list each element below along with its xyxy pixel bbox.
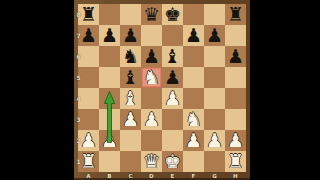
square-f3[interactable]: ♞ (183, 109, 204, 130)
square-b6[interactable] (99, 46, 120, 67)
square-h7[interactable] (225, 25, 246, 46)
square-c5[interactable]: ♝ (120, 67, 141, 88)
square-g1[interactable] (204, 151, 225, 172)
piece-black-pawn[interactable]: ♟ (101, 25, 118, 46)
piece-white-pawn[interactable]: ♟ (143, 109, 160, 130)
piece-black-pawn[interactable]: ♟ (164, 67, 181, 88)
square-e6[interactable]: ♝ (162, 46, 183, 67)
square-c7[interactable]: ♟ (120, 25, 141, 46)
square-e4[interactable]: ♟ (162, 88, 183, 109)
piece-black-pawn[interactable]: ♟ (227, 46, 244, 67)
square-g6[interactable] (204, 46, 225, 67)
square-e1[interactable]: ♚ (162, 151, 183, 172)
app-screen: ♜♛♚♜♟♟♟♟♟♞♟♝♟♝♞♟♝♟♟♟♞♟♟♟♟♟♜♛♚♜ 87654321 … (0, 0, 320, 180)
square-f2[interactable]: ♟ (183, 130, 204, 151)
file-label-h: H (225, 173, 246, 179)
file-label-d: D (141, 173, 162, 179)
chess-board-frame: ♜♛♚♜♟♟♟♟♟♞♟♝♟♝♞♟♝♟♟♟♞♟♟♟♟♟♜♛♚♜ 87654321 … (74, 0, 250, 180)
square-g2[interactable]: ♟ (204, 130, 225, 151)
square-h4[interactable] (225, 88, 246, 109)
square-d3[interactable]: ♟ (141, 109, 162, 130)
square-e8[interactable]: ♚ (162, 4, 183, 25)
square-g5[interactable] (204, 67, 225, 88)
piece-black-pawn[interactable]: ♟ (206, 25, 223, 46)
square-f4[interactable] (183, 88, 204, 109)
square-d6[interactable]: ♟ (141, 46, 162, 67)
square-e7[interactable] (162, 25, 183, 46)
piece-white-pawn[interactable]: ♟ (164, 88, 181, 109)
square-b8[interactable] (99, 4, 120, 25)
square-h1[interactable]: ♜ (225, 151, 246, 172)
square-c8[interactable] (120, 4, 141, 25)
square-b3[interactable] (99, 109, 120, 130)
rank-label-5: 5 (75, 74, 82, 81)
piece-white-pawn[interactable]: ♟ (227, 130, 244, 151)
square-b2[interactable]: ♟ (99, 130, 120, 151)
square-g3[interactable] (204, 109, 225, 130)
square-d5[interactable]: ♞ (141, 67, 162, 88)
piece-white-pawn[interactable]: ♟ (185, 130, 202, 151)
square-g7[interactable]: ♟ (204, 25, 225, 46)
square-f5[interactable] (183, 67, 204, 88)
piece-white-bishop[interactable]: ♝ (122, 88, 139, 109)
file-label-b: B (99, 173, 120, 179)
piece-white-queen[interactable]: ♛ (143, 151, 160, 172)
square-c1[interactable] (120, 151, 141, 172)
piece-black-bishop[interactable]: ♝ (122, 67, 139, 88)
square-d8[interactable]: ♛ (141, 4, 162, 25)
piece-black-knight[interactable]: ♞ (122, 46, 139, 67)
board-grid: ♜♛♚♜♟♟♟♟♟♞♟♝♟♝♞♟♝♟♟♟♞♟♟♟♟♟♜♛♚♜ (78, 4, 246, 172)
rank-label-8: 8 (75, 11, 82, 18)
square-g8[interactable] (204, 4, 225, 25)
piece-white-knight[interactable]: ♞ (143, 67, 160, 88)
square-g4[interactable] (204, 88, 225, 109)
piece-white-rook[interactable]: ♜ (80, 151, 97, 172)
file-label-e: E (162, 173, 183, 179)
file-label-a: A (78, 173, 99, 179)
square-d1[interactable]: ♛ (141, 151, 162, 172)
piece-white-pawn[interactable]: ♟ (206, 130, 223, 151)
piece-black-rook[interactable]: ♜ (227, 4, 244, 25)
square-e2[interactable] (162, 130, 183, 151)
square-b7[interactable]: ♟ (99, 25, 120, 46)
piece-black-pawn[interactable]: ♟ (185, 25, 202, 46)
square-c4[interactable]: ♝ (120, 88, 141, 109)
piece-white-rook[interactable]: ♜ (227, 151, 244, 172)
piece-white-king[interactable]: ♚ (164, 151, 181, 172)
rank-label-6: 6 (75, 53, 82, 60)
square-c6[interactable]: ♞ (120, 46, 141, 67)
square-h6[interactable]: ♟ (225, 46, 246, 67)
square-f1[interactable] (183, 151, 204, 172)
piece-black-pawn[interactable]: ♟ (80, 25, 97, 46)
piece-black-king[interactable]: ♚ (164, 4, 181, 25)
square-d2[interactable] (141, 130, 162, 151)
square-d4[interactable] (141, 88, 162, 109)
rank-label-1: 1 (75, 158, 82, 165)
square-b1[interactable] (99, 151, 120, 172)
square-e3[interactable] (162, 109, 183, 130)
rank-label-2: 2 (75, 137, 82, 144)
piece-black-pawn[interactable]: ♟ (122, 25, 139, 46)
square-d7[interactable] (141, 25, 162, 46)
rank-label-7: 7 (75, 32, 82, 39)
square-f6[interactable] (183, 46, 204, 67)
piece-white-pawn[interactable]: ♟ (101, 130, 118, 151)
piece-black-pawn[interactable]: ♟ (143, 46, 160, 67)
piece-black-rook[interactable]: ♜ (80, 4, 97, 25)
file-label-g: G (204, 173, 225, 179)
file-label-c: C (120, 173, 141, 179)
square-c3[interactable]: ♟ (120, 109, 141, 130)
square-f8[interactable] (183, 4, 204, 25)
square-h2[interactable]: ♟ (225, 130, 246, 151)
square-h8[interactable]: ♜ (225, 4, 246, 25)
piece-white-pawn[interactable]: ♟ (122, 109, 139, 130)
square-c2[interactable] (120, 130, 141, 151)
square-h3[interactable] (225, 109, 246, 130)
file-label-f: F (183, 173, 204, 179)
piece-white-pawn[interactable]: ♟ (80, 130, 97, 151)
square-b5[interactable] (99, 67, 120, 88)
square-h5[interactable] (225, 67, 246, 88)
rank-label-4: 4 (75, 95, 82, 102)
square-e5[interactable]: ♟ (162, 67, 183, 88)
square-b4[interactable] (99, 88, 120, 109)
piece-black-bishop[interactable]: ♝ (164, 46, 181, 67)
piece-white-knight[interactable]: ♞ (185, 109, 202, 130)
piece-black-queen[interactable]: ♛ (143, 4, 160, 25)
square-f7[interactable]: ♟ (183, 25, 204, 46)
rank-label-3: 3 (75, 116, 82, 123)
